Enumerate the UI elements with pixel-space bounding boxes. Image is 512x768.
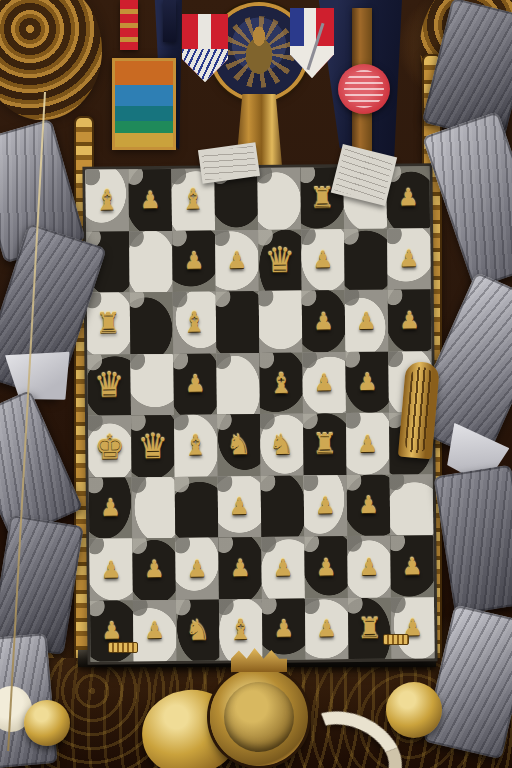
piece-P-e1[interactable]: ♟: [262, 598, 306, 660]
piece-N-c1[interactable]: ♞: [176, 599, 220, 661]
gold-orb-left: [24, 700, 70, 746]
square-g3[interactable]: ♟: [347, 474, 391, 536]
dark-banner: [163, 0, 176, 42]
piece-B-c6[interactable]: ♝: [173, 291, 217, 353]
square-f2[interactable]: ♟: [304, 536, 348, 598]
painting-canvas: ♝♟♝♜♟♟♟♛♟♟♜♝♟♟♟♛♟♝♟♟♚♛♝♞♞♜♟♝♟♟♟♟♟♟♟♟♟♟♟♟…: [0, 0, 512, 768]
piece-K-a4[interactable]: ♚: [88, 415, 132, 477]
square-g7[interactable]: [344, 228, 388, 290]
square-d7[interactable]: ♟: [215, 230, 259, 292]
piece-P-g5[interactable]: ♟: [345, 351, 389, 413]
square-c4[interactable]: ♝: [174, 414, 218, 476]
piece-Q-b4[interactable]: ♛: [131, 415, 175, 477]
piece-P-d3[interactable]: ♟: [218, 475, 262, 537]
piece-P-h7[interactable]: ♟: [387, 228, 431, 290]
square-g2[interactable]: ♟: [347, 536, 391, 598]
square-b2[interactable]: ♟: [132, 538, 176, 600]
square-a5[interactable]: ♛: [87, 354, 131, 416]
square-c6[interactable]: ♝: [173, 291, 217, 353]
piece-P-c5[interactable]: ♟: [173, 353, 217, 415]
piece-P-f7[interactable]: ♟: [301, 229, 345, 291]
square-e7[interactable]: ♛: [258, 229, 302, 291]
square-b3[interactable]: [132, 476, 176, 538]
piece-P-f3[interactable]: ♟: [304, 475, 348, 537]
piece-P-g2[interactable]: ♟: [347, 536, 391, 598]
square-b6[interactable]: [130, 292, 174, 354]
gilt-scrollwork-top-left: [0, 0, 102, 120]
square-h8[interactable]: ♟: [386, 166, 430, 228]
square-g5[interactable]: ♟: [345, 351, 389, 413]
piece-P-b8[interactable]: ♟: [128, 169, 172, 231]
square-f4[interactable]: ♜: [303, 413, 347, 475]
piece-R-f4[interactable]: ♜: [303, 413, 347, 475]
piece-P-c7[interactable]: ♟: [172, 230, 216, 292]
piece-N-e4[interactable]: ♞: [260, 414, 304, 476]
square-g6[interactable]: ♟: [345, 290, 389, 352]
piece-P-b2[interactable]: ♟: [132, 538, 176, 600]
piece-P-h2[interactable]: ♟: [390, 535, 434, 597]
square-c1[interactable]: ♞: [176, 599, 220, 661]
piece-R-g1[interactable]: ♜: [348, 597, 392, 659]
square-c5[interactable]: ♟: [173, 353, 217, 415]
striped-banner: [120, 0, 138, 50]
piece-R-a6[interactable]: ♜: [87, 292, 131, 354]
square-e4[interactable]: ♞: [260, 414, 304, 476]
square-f5[interactable]: ♟: [302, 352, 346, 414]
square-d2[interactable]: ♟: [218, 537, 262, 599]
piece-B-e5[interactable]: ♝: [259, 352, 303, 414]
square-e3[interactable]: [261, 475, 305, 537]
square-e6[interactable]: [259, 291, 303, 353]
square-a6[interactable]: ♜: [87, 292, 131, 354]
square-g1[interactable]: ♜: [348, 597, 392, 659]
square-c2[interactable]: ♟: [175, 537, 219, 599]
square-d4[interactable]: ♞: [217, 414, 261, 476]
piece-P-a3[interactable]: ♟: [89, 477, 133, 539]
piece-P-g4[interactable]: ♟: [346, 413, 390, 475]
piece-Q-e7[interactable]: ♛: [258, 229, 302, 291]
square-h7[interactable]: ♟: [387, 228, 431, 290]
square-f3[interactable]: ♟: [304, 475, 348, 537]
square-f1[interactable]: ♟: [305, 598, 349, 660]
square-e2[interactable]: ♟: [261, 537, 305, 599]
stained-glass-panel: [112, 58, 176, 150]
chessboard: ♝♟♝♜♟♟♟♛♟♟♜♝♟♟♟♛♟♝♟♟♚♛♝♞♞♜♟♝♟♟♟♟♟♟♟♟♟♟♟♟…: [85, 166, 434, 662]
square-b1[interactable]: ♟: [133, 599, 177, 661]
square-h2[interactable]: ♟: [390, 535, 434, 597]
square-b7[interactable]: [129, 230, 173, 292]
square-e8[interactable]: [257, 168, 301, 230]
piece-P-e2[interactable]: ♟: [261, 537, 305, 599]
square-d3[interactable]: ♟: [218, 475, 262, 537]
square-h6[interactable]: ♟: [388, 289, 432, 351]
piece-P-g3[interactable]: ♟: [347, 474, 391, 536]
piece-P-h6[interactable]: ♟: [388, 289, 432, 351]
square-b5[interactable]: [130, 353, 174, 415]
square-g4[interactable]: ♟: [346, 413, 390, 475]
square-f6[interactable]: ♟: [302, 290, 346, 352]
piece-N-d4[interactable]: ♞: [217, 414, 261, 476]
piece-P-d7[interactable]: ♟: [215, 230, 259, 292]
gold-medallion: [210, 668, 308, 766]
square-d5[interactable]: [216, 353, 260, 415]
piece-P-f5[interactable]: ♟: [302, 352, 346, 414]
piece-P-f1[interactable]: ♟: [305, 598, 349, 660]
piece-P-h8[interactable]: ♟: [386, 166, 430, 228]
red-heraldic-roundel: [338, 64, 390, 114]
square-c7[interactable]: ♟: [172, 230, 216, 292]
square-h1[interactable]: ♟: [391, 597, 435, 659]
square-b8[interactable]: ♟: [128, 169, 172, 231]
square-a8[interactable]: ♝: [85, 169, 129, 231]
piece-P-d2[interactable]: ♟: [218, 537, 262, 599]
armour-plate: [434, 465, 512, 615]
square-d6[interactable]: [216, 291, 260, 353]
piece-P-a2[interactable]: ♟: [89, 538, 133, 600]
square-a4[interactable]: ♚: [88, 415, 132, 477]
piece-Q-a5[interactable]: ♛: [87, 354, 131, 416]
engraved-plaque-left: [108, 642, 138, 653]
piece-P-f2[interactable]: ♟: [304, 536, 348, 598]
piece-B-c4[interactable]: ♝: [174, 414, 218, 476]
square-h3[interactable]: [390, 474, 434, 536]
square-c3[interactable]: [175, 476, 219, 538]
square-b4[interactable]: ♛: [131, 415, 175, 477]
piece-P-g6[interactable]: ♟: [345, 290, 389, 352]
square-a3[interactable]: ♟: [89, 477, 133, 539]
piece-P-c2[interactable]: ♟: [175, 537, 219, 599]
square-a2[interactable]: ♟: [89, 538, 133, 600]
gold-orb-right: [386, 682, 442, 738]
piece-P-b1[interactable]: ♟: [133, 599, 177, 661]
piece-P-h1[interactable]: ♟: [391, 597, 435, 659]
square-e1[interactable]: ♟: [262, 598, 306, 660]
engraved-plaque-right: [383, 634, 409, 645]
square-e5[interactable]: ♝: [259, 352, 303, 414]
square-f7[interactable]: ♟: [301, 229, 345, 291]
piece-B-a8[interactable]: ♝: [85, 169, 129, 231]
piece-P-f6[interactable]: ♟: [302, 290, 346, 352]
